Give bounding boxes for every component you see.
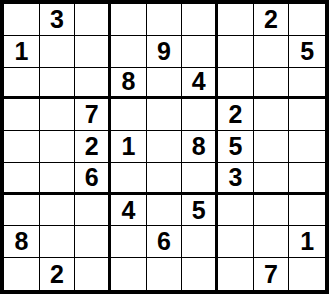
cell-r3c4[interactable]: 8: [111, 68, 147, 100]
cell-r2c3[interactable]: [75, 36, 111, 68]
cell-r7c4[interactable]: 4: [111, 195, 147, 227]
cell-r3c7[interactable]: [218, 68, 254, 100]
cell-r4c4[interactable]: [111, 99, 147, 131]
cell-r1c3[interactable]: [75, 4, 111, 36]
cell-r6c9[interactable]: [289, 163, 325, 195]
cell-r8c3[interactable]: [75, 226, 111, 258]
cell-r7c3[interactable]: [75, 195, 111, 227]
cell-r1c9[interactable]: [289, 4, 325, 36]
cell-r2c2[interactable]: [40, 36, 76, 68]
cell-r4c7[interactable]: 2: [218, 99, 254, 131]
cell-r5c7[interactable]: 5: [218, 131, 254, 163]
cell-r8c2[interactable]: [40, 226, 76, 258]
cell-r1c7[interactable]: [218, 4, 254, 36]
cell-r1c8[interactable]: 2: [254, 4, 290, 36]
cell-r6c5[interactable]: [147, 163, 183, 195]
cell-r6c3[interactable]: 6: [75, 163, 111, 195]
cell-r2c7[interactable]: [218, 36, 254, 68]
cell-r9c6[interactable]: [182, 258, 218, 290]
cell-r5c5[interactable]: [147, 131, 183, 163]
cell-r9c1[interactable]: [4, 258, 40, 290]
cell-r9c4[interactable]: [111, 258, 147, 290]
cell-r7c7[interactable]: [218, 195, 254, 227]
cell-r8c9[interactable]: 1: [289, 226, 325, 258]
sudoku-puzzle: 3219584722185634586127: [0, 0, 329, 294]
cell-r2c6[interactable]: [182, 36, 218, 68]
cell-r8c8[interactable]: [254, 226, 290, 258]
cell-r9c9[interactable]: [289, 258, 325, 290]
cell-r5c1[interactable]: [4, 131, 40, 163]
cell-r9c2[interactable]: 2: [40, 258, 76, 290]
cell-r5c4[interactable]: 1: [111, 131, 147, 163]
cell-r6c4[interactable]: [111, 163, 147, 195]
cell-r7c8[interactable]: [254, 195, 290, 227]
cell-r1c2[interactable]: 3: [40, 4, 76, 36]
cell-r3c6[interactable]: 4: [182, 68, 218, 100]
cell-r6c6[interactable]: [182, 163, 218, 195]
cell-r7c2[interactable]: [40, 195, 76, 227]
cell-r1c6[interactable]: [182, 4, 218, 36]
cell-r8c6[interactable]: [182, 226, 218, 258]
cell-r8c4[interactable]: [111, 226, 147, 258]
cell-r6c2[interactable]: [40, 163, 76, 195]
cell-r7c1[interactable]: [4, 195, 40, 227]
cell-r1c5[interactable]: [147, 4, 183, 36]
cell-r7c9[interactable]: [289, 195, 325, 227]
cell-r4c2[interactable]: [40, 99, 76, 131]
cell-r3c5[interactable]: [147, 68, 183, 100]
cell-r6c1[interactable]: [4, 163, 40, 195]
cell-r2c5[interactable]: 9: [147, 36, 183, 68]
cell-r4c1[interactable]: [4, 99, 40, 131]
cell-r3c1[interactable]: [4, 68, 40, 100]
cell-r2c4[interactable]: [111, 36, 147, 68]
cell-r2c8[interactable]: [254, 36, 290, 68]
cell-r9c3[interactable]: [75, 258, 111, 290]
cell-r3c2[interactable]: [40, 68, 76, 100]
cell-r7c5[interactable]: [147, 195, 183, 227]
cell-r8c5[interactable]: 6: [147, 226, 183, 258]
cell-r5c9[interactable]: [289, 131, 325, 163]
cell-r1c1[interactable]: [4, 4, 40, 36]
cell-r5c2[interactable]: [40, 131, 76, 163]
cell-r4c5[interactable]: [147, 99, 183, 131]
cell-r5c3[interactable]: 2: [75, 131, 111, 163]
cell-r1c4[interactable]: [111, 4, 147, 36]
cell-r9c5[interactable]: [147, 258, 183, 290]
cell-r3c9[interactable]: [289, 68, 325, 100]
cell-r4c6[interactable]: [182, 99, 218, 131]
cell-r8c1[interactable]: 8: [4, 226, 40, 258]
cell-r9c7[interactable]: [218, 258, 254, 290]
cell-r4c3[interactable]: 7: [75, 99, 111, 131]
cell-r6c7[interactable]: 3: [218, 163, 254, 195]
cell-r2c1[interactable]: 1: [4, 36, 40, 68]
cell-r2c9[interactable]: 5: [289, 36, 325, 68]
cell-r4c9[interactable]: [289, 99, 325, 131]
sudoku-board: 3219584722185634586127: [0, 0, 329, 294]
cell-r9c8[interactable]: 7: [254, 258, 290, 290]
cell-r5c8[interactable]: [254, 131, 290, 163]
cell-r3c8[interactable]: [254, 68, 290, 100]
cell-r5c6[interactable]: 8: [182, 131, 218, 163]
cell-r7c6[interactable]: 5: [182, 195, 218, 227]
cell-r8c7[interactable]: [218, 226, 254, 258]
cell-r3c3[interactable]: [75, 68, 111, 100]
cell-r4c8[interactable]: [254, 99, 290, 131]
cell-r6c8[interactable]: [254, 163, 290, 195]
